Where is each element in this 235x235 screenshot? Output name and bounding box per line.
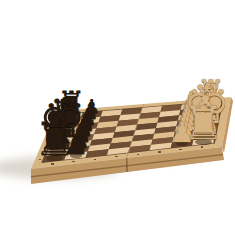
- piece-black-pawn[interactable]: ♟: [44, 131, 108, 159]
- pieces-layer: ♜♟♟♜♞♟♟♞♝♟♟♝♛♟♟♛♚♟♟♚♝♟♟♝♞♟♟♞♜♟♟♜: [0, 0, 235, 235]
- chess-set-photo: ♜♟♟♜♞♟♟♞♝♟♟♝♛♟♟♛♚♟♟♚♝♟♟♝♞♟♟♞♜♟♟♜: [0, 0, 235, 235]
- piece-white-rook[interactable]: ♜: [171, 100, 235, 146]
